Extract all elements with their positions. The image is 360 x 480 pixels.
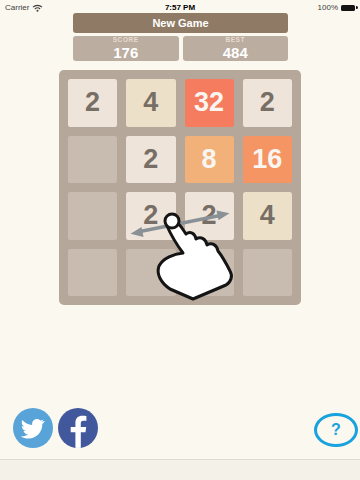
score-box: SCORE 176 (73, 36, 179, 61)
best-value: 484 (223, 45, 248, 60)
tile-2-r2c2: 2 (126, 136, 175, 184)
facebook-share-button[interactable] (58, 408, 98, 448)
status-left: Carrier (5, 3, 43, 12)
tile-32-r1c3: 32 (185, 79, 234, 127)
bottom-strip (0, 460, 360, 480)
tile-4-r1c2: 4 (126, 79, 175, 127)
best-label: BEST (225, 37, 245, 44)
empty-cell-r4c3 (185, 249, 234, 297)
tile-8-r2c3: 8 (185, 136, 234, 184)
scoreboard: SCORE 176 BEST 484 (73, 36, 288, 61)
best-box: BEST 484 (183, 36, 289, 61)
tile-2-r1c1: 2 (68, 79, 117, 127)
tile-2-r3c3: 2 (185, 192, 234, 240)
twitter-share-button[interactable] (13, 408, 53, 448)
carrier-label: Carrier (5, 3, 29, 12)
empty-cell-r4c1 (68, 249, 117, 297)
help-button[interactable]: ? (314, 413, 358, 447)
score-value: 176 (113, 45, 138, 60)
facebook-f-icon (58, 408, 98, 448)
battery-percent-label: 100% (318, 3, 338, 12)
new-game-button[interactable]: New Game (73, 13, 288, 33)
empty-cell-r2c1 (68, 136, 117, 184)
empty-cell-r3c1 (68, 192, 117, 240)
app-screen: Carrier 7:57 PM 100% New Game SCORE 176 … (0, 0, 360, 480)
tile-4-r3c4: 4 (243, 192, 292, 240)
status-right: 100% (318, 3, 355, 12)
twitter-bird-icon (21, 416, 45, 440)
empty-cell-r4c2 (126, 249, 175, 297)
game-board[interactable]: 243222816224 (59, 70, 301, 305)
tile-16-r2c4: 16 (243, 136, 292, 184)
empty-cell-r4c4 (243, 249, 292, 297)
score-label: SCORE (113, 37, 139, 44)
battery-icon (341, 5, 355, 11)
tile-2-r3c2: 2 (126, 192, 175, 240)
wifi-icon (32, 4, 43, 12)
tile-2-r1c4: 2 (243, 79, 292, 127)
